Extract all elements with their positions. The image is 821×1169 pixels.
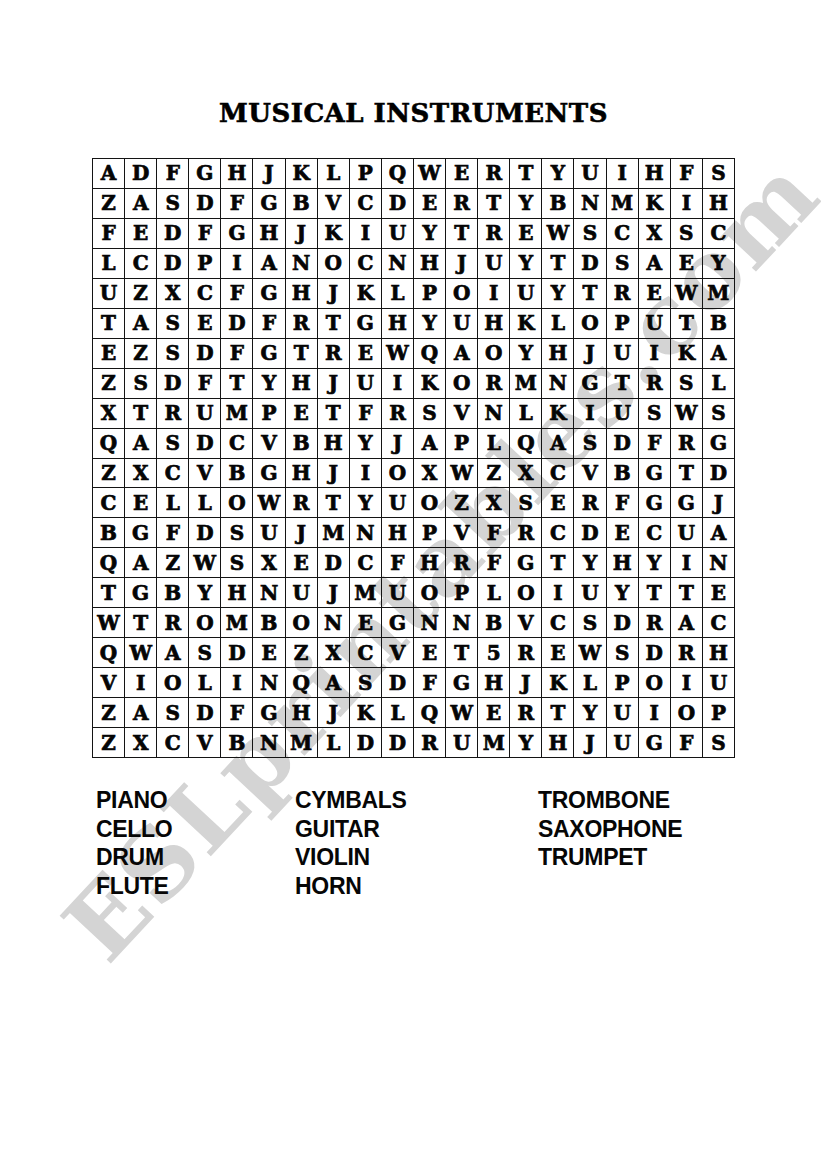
- grid-cell[interactable]: K: [542, 399, 574, 429]
- grid-cell[interactable]: T: [446, 219, 478, 249]
- grid-cell[interactable]: S: [157, 429, 189, 459]
- grid-cell[interactable]: C: [157, 459, 189, 489]
- grid-cell[interactable]: Y: [574, 698, 606, 728]
- grid-cell[interactable]: D: [382, 189, 414, 219]
- grid-cell[interactable]: 5: [478, 638, 510, 668]
- grid-cell[interactable]: K: [639, 189, 671, 219]
- grid-cell[interactable]: F: [157, 518, 189, 548]
- grid-cell[interactable]: T: [446, 638, 478, 668]
- grid-cell[interactable]: X: [93, 399, 125, 429]
- grid-cell[interactable]: A: [318, 668, 350, 698]
- grid-cell[interactable]: H: [607, 548, 639, 578]
- grid-cell[interactable]: I: [671, 668, 703, 698]
- grid-cell[interactable]: K: [542, 668, 574, 698]
- grid-cell[interactable]: A: [125, 698, 157, 728]
- grid-cell[interactable]: J: [574, 339, 606, 369]
- grid-cell[interactable]: R: [510, 518, 542, 548]
- grid-cell[interactable]: P: [446, 429, 478, 459]
- grid-cell[interactable]: G: [639, 488, 671, 518]
- grid-cell[interactable]: I: [671, 189, 703, 219]
- grid-cell[interactable]: W: [574, 638, 606, 668]
- grid-cell[interactable]: B: [221, 459, 253, 489]
- grid-cell[interactable]: G: [446, 668, 478, 698]
- grid-cell[interactable]: R: [574, 488, 606, 518]
- grid-cell[interactable]: B: [478, 608, 510, 638]
- grid-cell[interactable]: E: [510, 219, 542, 249]
- grid-cell[interactable]: P: [607, 668, 639, 698]
- grid-cell[interactable]: D: [157, 249, 189, 279]
- grid-cell[interactable]: Y: [510, 249, 542, 279]
- grid-cell[interactable]: U: [253, 518, 285, 548]
- grid-cell[interactable]: D: [574, 518, 606, 548]
- grid-cell[interactable]: H: [703, 638, 735, 668]
- grid-cell[interactable]: D: [157, 369, 189, 399]
- grid-cell[interactable]: R: [446, 189, 478, 219]
- grid-cell[interactable]: L: [542, 309, 574, 339]
- grid-cell[interactable]: I: [574, 399, 606, 429]
- grid-cell[interactable]: C: [350, 548, 382, 578]
- grid-cell[interactable]: A: [446, 339, 478, 369]
- grid-cell[interactable]: N: [350, 518, 382, 548]
- grid-cell[interactable]: E: [414, 189, 446, 219]
- grid-cell[interactable]: Q: [414, 339, 446, 369]
- grid-cell[interactable]: R: [414, 728, 446, 758]
- grid-cell[interactable]: U: [510, 279, 542, 309]
- grid-cell[interactable]: B: [607, 459, 639, 489]
- grid-cell[interactable]: K: [414, 369, 446, 399]
- grid-cell[interactable]: L: [703, 369, 735, 399]
- grid-cell[interactable]: U: [446, 728, 478, 758]
- grid-cell[interactable]: Z: [125, 339, 157, 369]
- grid-cell[interactable]: T: [93, 309, 125, 339]
- grid-cell[interactable]: J: [318, 698, 350, 728]
- grid-cell[interactable]: S: [574, 429, 606, 459]
- grid-cell[interactable]: U: [478, 249, 510, 279]
- grid-cell[interactable]: Y: [639, 548, 671, 578]
- grid-cell[interactable]: X: [478, 488, 510, 518]
- grid-cell[interactable]: U: [639, 309, 671, 339]
- grid-cell[interactable]: Y: [414, 219, 446, 249]
- grid-cell[interactable]: T: [125, 608, 157, 638]
- grid-cell[interactable]: G: [510, 548, 542, 578]
- grid-cell[interactable]: W: [671, 399, 703, 429]
- grid-cell[interactable]: O: [446, 279, 478, 309]
- grid-cell[interactable]: W: [446, 698, 478, 728]
- grid-cell[interactable]: E: [286, 399, 318, 429]
- grid-cell[interactable]: H: [221, 159, 253, 189]
- grid-cell[interactable]: X: [157, 279, 189, 309]
- grid-cell[interactable]: Q: [93, 429, 125, 459]
- grid-cell[interactable]: K: [510, 309, 542, 339]
- grid-cell[interactable]: S: [414, 399, 446, 429]
- grid-cell[interactable]: F: [639, 429, 671, 459]
- grid-cell[interactable]: C: [350, 249, 382, 279]
- grid-cell[interactable]: R: [671, 429, 703, 459]
- grid-cell[interactable]: C: [189, 279, 221, 309]
- grid-cell[interactable]: L: [189, 668, 221, 698]
- grid-cell[interactable]: R: [286, 488, 318, 518]
- grid-cell[interactable]: W: [125, 638, 157, 668]
- grid-cell[interactable]: D: [221, 638, 253, 668]
- grid-cell[interactable]: G: [253, 339, 285, 369]
- grid-cell[interactable]: S: [574, 608, 606, 638]
- grid-cell[interactable]: B: [542, 189, 574, 219]
- grid-cell[interactable]: A: [125, 548, 157, 578]
- grid-cell[interactable]: F: [189, 219, 221, 249]
- grid-cell[interactable]: H: [253, 219, 285, 249]
- grid-cell[interactable]: N: [253, 578, 285, 608]
- grid-cell[interactable]: X: [510, 459, 542, 489]
- grid-cell[interactable]: A: [157, 638, 189, 668]
- grid-cell[interactable]: X: [414, 459, 446, 489]
- grid-cell[interactable]: R: [478, 219, 510, 249]
- grid-cell[interactable]: I: [542, 578, 574, 608]
- grid-cell[interactable]: E: [639, 279, 671, 309]
- grid-cell[interactable]: P: [607, 309, 639, 339]
- grid-cell[interactable]: D: [382, 668, 414, 698]
- grid-cell[interactable]: A: [125, 429, 157, 459]
- grid-cell[interactable]: Z: [93, 189, 125, 219]
- grid-cell[interactable]: X: [125, 728, 157, 758]
- grid-cell[interactable]: T: [221, 369, 253, 399]
- grid-cell[interactable]: O: [446, 369, 478, 399]
- grid-cell[interactable]: T: [542, 548, 574, 578]
- grid-cell[interactable]: Q: [93, 638, 125, 668]
- grid-cell[interactable]: O: [189, 608, 221, 638]
- grid-cell[interactable]: D: [189, 429, 221, 459]
- grid-cell[interactable]: P: [703, 698, 735, 728]
- grid-cell[interactable]: Y: [542, 279, 574, 309]
- grid-cell[interactable]: E: [446, 159, 478, 189]
- grid-cell[interactable]: C: [542, 518, 574, 548]
- grid-cell[interactable]: U: [93, 279, 125, 309]
- grid-cell[interactable]: T: [125, 399, 157, 429]
- grid-cell[interactable]: U: [286, 578, 318, 608]
- grid-cell[interactable]: D: [189, 339, 221, 369]
- grid-cell[interactable]: H: [478, 309, 510, 339]
- grid-cell[interactable]: F: [221, 189, 253, 219]
- grid-cell[interactable]: Y: [253, 369, 285, 399]
- grid-cell[interactable]: Q: [510, 429, 542, 459]
- grid-cell[interactable]: T: [318, 399, 350, 429]
- grid-cell[interactable]: C: [125, 249, 157, 279]
- grid-cell[interactable]: D: [703, 459, 735, 489]
- grid-cell[interactable]: B: [221, 728, 253, 758]
- grid-cell[interactable]: U: [607, 698, 639, 728]
- grid-cell[interactable]: O: [318, 249, 350, 279]
- grid-cell[interactable]: L: [318, 728, 350, 758]
- grid-cell[interactable]: I: [607, 159, 639, 189]
- grid-cell[interactable]: V: [93, 668, 125, 698]
- grid-cell[interactable]: E: [350, 608, 382, 638]
- grid-cell[interactable]: N: [478, 399, 510, 429]
- grid-cell[interactable]: D: [221, 309, 253, 339]
- grid-cell[interactable]: N: [703, 548, 735, 578]
- grid-cell[interactable]: R: [446, 548, 478, 578]
- grid-cell[interactable]: M: [510, 369, 542, 399]
- grid-cell[interactable]: D: [382, 728, 414, 758]
- grid-cell[interactable]: L: [574, 668, 606, 698]
- grid-cell[interactable]: F: [478, 518, 510, 548]
- grid-cell[interactable]: A: [125, 309, 157, 339]
- grid-cell[interactable]: S: [703, 159, 735, 189]
- grid-cell[interactable]: S: [703, 728, 735, 758]
- grid-cell[interactable]: F: [478, 548, 510, 578]
- grid-cell[interactable]: W: [671, 279, 703, 309]
- grid-cell[interactable]: T: [510, 159, 542, 189]
- grid-cell[interactable]: L: [93, 249, 125, 279]
- grid-cell[interactable]: M: [286, 728, 318, 758]
- grid-cell[interactable]: Y: [510, 189, 542, 219]
- grid-cell[interactable]: G: [189, 159, 221, 189]
- grid-cell[interactable]: Y: [350, 488, 382, 518]
- grid-cell[interactable]: U: [189, 399, 221, 429]
- grid-cell[interactable]: E: [350, 339, 382, 369]
- grid-cell[interactable]: L: [157, 488, 189, 518]
- grid-cell[interactable]: F: [382, 548, 414, 578]
- grid-cell[interactable]: B: [93, 518, 125, 548]
- grid-cell[interactable]: D: [574, 249, 606, 279]
- grid-cell[interactable]: T: [93, 578, 125, 608]
- grid-cell[interactable]: U: [607, 399, 639, 429]
- grid-cell[interactable]: S: [574, 219, 606, 249]
- grid-cell[interactable]: G: [671, 488, 703, 518]
- grid-cell[interactable]: P: [189, 249, 221, 279]
- grid-cell[interactable]: E: [542, 488, 574, 518]
- grid-cell[interactable]: U: [382, 219, 414, 249]
- grid-cell[interactable]: T: [318, 488, 350, 518]
- grid-cell[interactable]: C: [639, 518, 671, 548]
- grid-cell[interactable]: S: [221, 548, 253, 578]
- grid-cell[interactable]: H: [221, 578, 253, 608]
- grid-cell[interactable]: B: [286, 189, 318, 219]
- grid-cell[interactable]: V: [189, 728, 221, 758]
- grid-cell[interactable]: M: [607, 189, 639, 219]
- grid-cell[interactable]: S: [157, 189, 189, 219]
- grid-cell[interactable]: E: [414, 638, 446, 668]
- grid-cell[interactable]: I: [639, 698, 671, 728]
- grid-cell[interactable]: B: [157, 578, 189, 608]
- grid-cell[interactable]: J: [318, 459, 350, 489]
- grid-cell[interactable]: O: [414, 488, 446, 518]
- grid-cell[interactable]: F: [221, 698, 253, 728]
- grid-cell[interactable]: S: [350, 668, 382, 698]
- grid-cell[interactable]: A: [703, 518, 735, 548]
- grid-cell[interactable]: T: [671, 309, 703, 339]
- grid-cell[interactable]: O: [157, 668, 189, 698]
- grid-cell[interactable]: A: [414, 429, 446, 459]
- grid-cell[interactable]: W: [253, 488, 285, 518]
- grid-cell[interactable]: O: [574, 309, 606, 339]
- grid-cell[interactable]: S: [607, 249, 639, 279]
- grid-cell[interactable]: C: [607, 219, 639, 249]
- grid-cell[interactable]: J: [286, 219, 318, 249]
- grid-cell[interactable]: D: [607, 608, 639, 638]
- grid-cell[interactable]: R: [478, 159, 510, 189]
- grid-cell[interactable]: W: [414, 159, 446, 189]
- grid-cell[interactable]: U: [350, 369, 382, 399]
- grid-cell[interactable]: Z: [157, 548, 189, 578]
- grid-cell[interactable]: Q: [382, 159, 414, 189]
- grid-cell[interactable]: G: [125, 578, 157, 608]
- grid-cell[interactable]: P: [253, 399, 285, 429]
- grid-cell[interactable]: P: [446, 578, 478, 608]
- grid-cell[interactable]: T: [607, 369, 639, 399]
- grid-cell[interactable]: K: [671, 339, 703, 369]
- grid-cell[interactable]: C: [350, 189, 382, 219]
- grid-cell[interactable]: T: [318, 309, 350, 339]
- grid-cell[interactable]: E: [125, 219, 157, 249]
- grid-cell[interactable]: H: [286, 459, 318, 489]
- grid-cell[interactable]: P: [350, 159, 382, 189]
- grid-cell[interactable]: S: [639, 399, 671, 429]
- grid-cell[interactable]: N: [286, 249, 318, 279]
- grid-cell[interactable]: G: [350, 309, 382, 339]
- grid-cell[interactable]: R: [510, 638, 542, 668]
- grid-cell[interactable]: A: [542, 429, 574, 459]
- grid-cell[interactable]: F: [671, 728, 703, 758]
- grid-cell[interactable]: S: [671, 369, 703, 399]
- grid-cell[interactable]: H: [703, 189, 735, 219]
- grid-cell[interactable]: S: [157, 309, 189, 339]
- grid-cell[interactable]: D: [189, 518, 221, 548]
- grid-cell[interactable]: H: [286, 369, 318, 399]
- grid-cell[interactable]: I: [221, 249, 253, 279]
- grid-cell[interactable]: G: [639, 728, 671, 758]
- grid-cell[interactable]: L: [382, 279, 414, 309]
- grid-cell[interactable]: A: [125, 189, 157, 219]
- grid-cell[interactable]: R: [286, 309, 318, 339]
- grid-cell[interactable]: I: [671, 548, 703, 578]
- grid-cell[interactable]: L: [382, 698, 414, 728]
- grid-cell[interactable]: S: [510, 488, 542, 518]
- grid-cell[interactable]: K: [318, 219, 350, 249]
- grid-cell[interactable]: V: [382, 638, 414, 668]
- grid-cell[interactable]: V: [574, 459, 606, 489]
- grid-cell[interactable]: S: [607, 638, 639, 668]
- grid-cell[interactable]: Z: [93, 728, 125, 758]
- grid-cell[interactable]: E: [125, 488, 157, 518]
- grid-cell[interactable]: Q: [414, 698, 446, 728]
- grid-cell[interactable]: V: [318, 189, 350, 219]
- grid-cell[interactable]: G: [253, 189, 285, 219]
- grid-cell[interactable]: O: [414, 578, 446, 608]
- grid-cell[interactable]: L: [318, 159, 350, 189]
- grid-cell[interactable]: R: [478, 369, 510, 399]
- grid-cell[interactable]: J: [382, 429, 414, 459]
- grid-cell[interactable]: E: [93, 339, 125, 369]
- grid-cell[interactable]: O: [639, 668, 671, 698]
- grid-cell[interactable]: U: [607, 728, 639, 758]
- grid-cell[interactable]: B: [703, 309, 735, 339]
- grid-cell[interactable]: Y: [350, 429, 382, 459]
- grid-cell[interactable]: U: [382, 578, 414, 608]
- grid-cell[interactable]: H: [318, 429, 350, 459]
- grid-cell[interactable]: G: [253, 279, 285, 309]
- grid-cell[interactable]: H: [414, 249, 446, 279]
- grid-cell[interactable]: G: [253, 459, 285, 489]
- grid-cell[interactable]: R: [639, 369, 671, 399]
- grid-cell[interactable]: C: [221, 429, 253, 459]
- grid-cell[interactable]: N: [318, 608, 350, 638]
- grid-cell[interactable]: T: [671, 578, 703, 608]
- grid-cell[interactable]: J: [703, 488, 735, 518]
- grid-cell[interactable]: X: [125, 459, 157, 489]
- grid-cell[interactable]: D: [189, 698, 221, 728]
- grid-cell[interactable]: Y: [510, 339, 542, 369]
- grid-cell[interactable]: J: [286, 518, 318, 548]
- grid-cell[interactable]: J: [446, 249, 478, 279]
- grid-cell[interactable]: T: [671, 459, 703, 489]
- grid-cell[interactable]: F: [157, 159, 189, 189]
- grid-cell[interactable]: C: [703, 219, 735, 249]
- grid-cell[interactable]: D: [639, 638, 671, 668]
- grid-cell[interactable]: J: [318, 369, 350, 399]
- grid-cell[interactable]: S: [125, 369, 157, 399]
- grid-cell[interactable]: Z: [446, 488, 478, 518]
- grid-cell[interactable]: U: [574, 159, 606, 189]
- grid-cell[interactable]: I: [350, 459, 382, 489]
- grid-cell[interactable]: F: [414, 668, 446, 698]
- grid-cell[interactable]: Z: [125, 279, 157, 309]
- grid-cell[interactable]: Q: [286, 668, 318, 698]
- grid-cell[interactable]: K: [350, 279, 382, 309]
- grid-cell[interactable]: S: [671, 219, 703, 249]
- grid-cell[interactable]: U: [703, 668, 735, 698]
- grid-cell[interactable]: A: [703, 339, 735, 369]
- grid-cell[interactable]: X: [639, 219, 671, 249]
- grid-cell[interactable]: M: [318, 518, 350, 548]
- grid-cell[interactable]: X: [318, 638, 350, 668]
- grid-cell[interactable]: R: [157, 608, 189, 638]
- grid-cell[interactable]: H: [542, 728, 574, 758]
- grid-cell[interactable]: M: [478, 728, 510, 758]
- grid-cell[interactable]: E: [478, 698, 510, 728]
- grid-cell[interactable]: Z: [286, 638, 318, 668]
- grid-cell[interactable]: J: [253, 159, 285, 189]
- grid-cell[interactable]: M: [350, 578, 382, 608]
- grid-cell[interactable]: R: [639, 608, 671, 638]
- grid-cell[interactable]: H: [382, 309, 414, 339]
- grid-cell[interactable]: N: [542, 369, 574, 399]
- grid-cell[interactable]: P: [414, 279, 446, 309]
- grid-cell[interactable]: N: [253, 728, 285, 758]
- grid-cell[interactable]: D: [607, 429, 639, 459]
- grid-cell[interactable]: U: [671, 518, 703, 548]
- grid-cell[interactable]: Y: [607, 578, 639, 608]
- grid-cell[interactable]: Y: [414, 309, 446, 339]
- grid-cell[interactable]: W: [542, 219, 574, 249]
- grid-cell[interactable]: Y: [189, 578, 221, 608]
- grid-cell[interactable]: A: [93, 159, 125, 189]
- grid-cell[interactable]: H: [478, 668, 510, 698]
- grid-cell[interactable]: K: [286, 159, 318, 189]
- grid-cell[interactable]: U: [607, 339, 639, 369]
- grid-cell[interactable]: F: [221, 339, 253, 369]
- grid-cell[interactable]: I: [221, 668, 253, 698]
- grid-cell[interactable]: H: [639, 159, 671, 189]
- grid-cell[interactable]: H: [286, 698, 318, 728]
- grid-cell[interactable]: G: [382, 608, 414, 638]
- grid-cell[interactable]: O: [286, 608, 318, 638]
- grid-cell[interactable]: M: [221, 608, 253, 638]
- grid-cell[interactable]: V: [189, 459, 221, 489]
- grid-cell[interactable]: D: [318, 548, 350, 578]
- grid-cell[interactable]: U: [574, 578, 606, 608]
- grid-cell[interactable]: E: [286, 548, 318, 578]
- grid-cell[interactable]: B: [286, 429, 318, 459]
- grid-cell[interactable]: B: [253, 608, 285, 638]
